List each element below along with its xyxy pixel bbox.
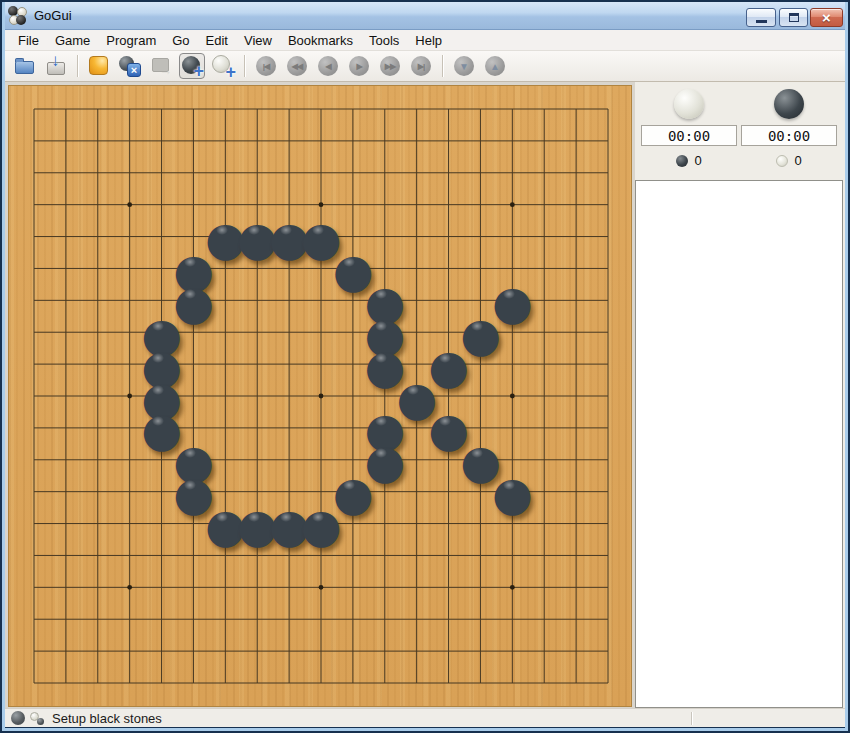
window-title: GoGui [34,8,72,23]
go-to-beginning-button: |◀ [253,53,279,79]
black-stone[interactable]: ● [433,349,464,380]
black-stone-plus-glyph: + [193,62,204,80]
go-to-end-button: ▶| [408,53,434,79]
menu-game[interactable]: Game [47,30,98,50]
status-divider [691,712,692,725]
white-captures-row: 0 [676,153,701,168]
open-folder-glyph [15,58,24,62]
setup-white-button[interactable]: + [210,53,236,79]
setup-black-button[interactable]: + [179,53,205,79]
orange-board-icon [89,56,108,75]
nav-stone-glyph: |◀ [253,53,279,79]
board-cell: ● [496,284,528,316]
black-stone[interactable]: ● [497,285,528,316]
comment-area[interactable] [635,180,843,708]
go-board[interactable]: ●●●●●●●●●●●●●●●●●●●●●●●●●●●●●● [8,85,632,707]
black-stone[interactable]: ● [337,476,368,507]
status-bar: Setup black stones [5,708,845,727]
black-stone[interactable]: ● [178,285,209,316]
menu-bookmarks[interactable]: Bookmarks [280,30,361,50]
back-one-move-button: ◀ [315,53,341,79]
nav-stone-blue-glyph: ▼ [451,53,477,79]
forward-10-moves-button: ▶▶ [377,53,403,79]
black-clock: 00:00 [741,125,837,146]
toolbar-separator [244,55,245,77]
black-stone[interactable]: ● [369,444,400,475]
open-button[interactable] [12,53,38,79]
black-stone[interactable]: ● [306,508,337,539]
toolbar-separator [77,55,78,77]
nav-stone-glyph: ▶| [408,53,434,79]
next-variation-button: ▼ [451,53,477,79]
captured-white-stone-icon [776,155,788,167]
white-prisoner-count: 0 [794,153,801,168]
stone-x-glyph: × [127,63,141,77]
status-text: Setup black stones [52,711,162,726]
black-captures-row: 0 [776,153,801,168]
setup-mode-icon [30,711,47,726]
toolbar-separator [442,55,443,77]
menu-file[interactable]: File [10,30,47,50]
minimize-icon [756,20,767,23]
gogui-app-icon [8,6,27,25]
black-stone-icon [16,15,26,25]
menu-help[interactable]: Help [407,30,450,50]
menu-bar: FileGameProgramGoEditViewBookmarksToolsH… [5,30,845,51]
board-cell: ● [369,444,401,476]
info-panel: 00:00 0 00:00 0 [635,82,845,708]
board-cell: ● [178,284,210,316]
maximize-button[interactable] [779,8,808,27]
black-player-panel: 00:00 0 [740,82,838,168]
gogui-window: GoGui × FileGameProgramGoEditViewBookmar… [0,0,850,733]
pass-button[interactable]: × [117,53,143,79]
close-icon: × [822,10,831,25]
back-10-moves-button: ◀◀ [284,53,310,79]
nav-stone-glyph: ▶ [346,53,372,79]
board-cell: ● [305,508,337,540]
white-player-stone-icon [674,89,704,119]
stones-layer: ●●●●●●●●●●●●●●●●●●●●●●●●●●●●●● [18,93,624,699]
nav-stone-glyph: ◀ [315,53,341,79]
play-computer-move-button: → [148,53,174,79]
board-cell: ● [465,316,497,348]
white-stone-plus-glyph: + [225,63,236,81]
save-arrow-glyph: ↓ [51,52,60,69]
nav-stone-glyph: ◀◀ [284,53,310,79]
menu-go[interactable]: Go [164,30,197,50]
forward-one-move-button: ▶ [346,53,372,79]
black-player-stone-icon [774,89,804,119]
previous-variation-button: ▲ [482,53,508,79]
white-player-panel: 00:00 0 [640,82,738,168]
board-cell: ● [496,476,528,508]
nav-stone-glyph: ▶▶ [377,53,403,79]
toolbar: ↓×→++|◀◀◀◀▶▶▶▶|▼▲ [5,51,845,82]
menu-tools[interactable]: Tools [361,30,407,50]
close-button[interactable]: × [810,8,843,27]
black-stone[interactable]: ● [465,317,496,348]
board-cell: ● [433,348,465,380]
board-arrow-glyph: → [159,64,172,77]
to-move-stone-icon [11,711,25,725]
new-game-button[interactable] [86,53,112,79]
white-clock: 00:00 [641,125,737,146]
nav-stone-blue-glyph: ▲ [482,53,508,79]
save-button[interactable]: ↓ [43,53,69,79]
maximize-icon [789,13,799,22]
title-bar: GoGui × [2,2,848,30]
board-cell: ● [337,476,369,508]
black-prisoner-count: 0 [694,153,701,168]
menu-program[interactable]: Program [98,30,164,50]
captured-black-stone-icon [676,155,688,167]
black-stone[interactable]: ● [497,476,528,507]
open-folder-icon [15,61,34,74]
menu-view[interactable]: View [236,30,280,50]
menu-edit[interactable]: Edit [198,30,236,50]
minimize-button[interactable] [746,8,776,27]
